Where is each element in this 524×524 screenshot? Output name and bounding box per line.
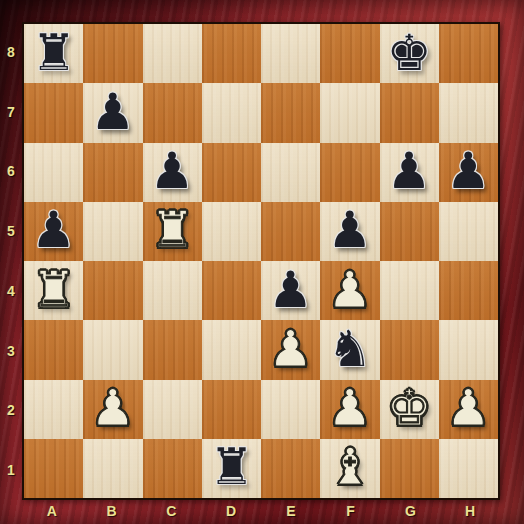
square-g8[interactable]: ♚: [380, 24, 439, 83]
square-b7[interactable]: ♟: [83, 83, 142, 142]
square-b4[interactable]: [83, 261, 142, 320]
piece-black-king[interactable]: ♚: [387, 28, 432, 78]
rank-label-1: 1: [0, 440, 22, 500]
piece-white-pawn[interactable]: ♟: [90, 383, 135, 433]
piece-white-king[interactable]: ♚: [387, 383, 432, 433]
square-a6[interactable]: [24, 143, 83, 202]
rank-label-2: 2: [0, 381, 22, 441]
square-f6[interactable]: [320, 143, 379, 202]
square-a4[interactable]: ♜: [24, 261, 83, 320]
file-label-e: E: [261, 500, 321, 522]
square-c7[interactable]: [143, 83, 202, 142]
rank-label-7: 7: [0, 82, 22, 142]
square-a7[interactable]: [24, 83, 83, 142]
piece-black-pawn[interactable]: ♟: [327, 205, 372, 255]
square-g4[interactable]: [380, 261, 439, 320]
piece-black-rook[interactable]: ♜: [209, 442, 254, 492]
piece-black-pawn[interactable]: ♟: [90, 87, 135, 137]
rank-label-3: 3: [0, 321, 22, 381]
file-label-f: F: [321, 500, 381, 522]
square-d2[interactable]: [202, 380, 261, 439]
piece-white-rook[interactable]: ♜: [150, 205, 195, 255]
chess-board: ♜♚♟♟♟♟♟♜♟♜♟♟♟♞♟♟♚♟♜♝: [22, 22, 500, 500]
square-h4[interactable]: [439, 261, 498, 320]
square-c2[interactable]: [143, 380, 202, 439]
square-g6[interactable]: ♟: [380, 143, 439, 202]
square-g2[interactable]: ♚: [380, 380, 439, 439]
square-c6[interactable]: ♟: [143, 143, 202, 202]
square-h7[interactable]: [439, 83, 498, 142]
square-a3[interactable]: [24, 320, 83, 379]
square-f4[interactable]: ♟: [320, 261, 379, 320]
square-e7[interactable]: [261, 83, 320, 142]
square-b1[interactable]: [83, 439, 142, 498]
rank-labels: 87654321: [0, 22, 22, 500]
square-f3[interactable]: ♞: [320, 320, 379, 379]
file-label-g: G: [381, 500, 441, 522]
piece-white-rook[interactable]: ♜: [31, 265, 76, 315]
square-e2[interactable]: [261, 380, 320, 439]
file-label-d: D: [201, 500, 261, 522]
square-d4[interactable]: [202, 261, 261, 320]
square-d1[interactable]: ♜: [202, 439, 261, 498]
square-d5[interactable]: [202, 202, 261, 261]
square-h8[interactable]: [439, 24, 498, 83]
rank-label-5: 5: [0, 201, 22, 261]
piece-white-pawn[interactable]: ♟: [327, 383, 372, 433]
square-a2[interactable]: [24, 380, 83, 439]
piece-black-rook[interactable]: ♜: [31, 28, 76, 78]
file-label-b: B: [82, 500, 142, 522]
square-g1[interactable]: [380, 439, 439, 498]
square-e8[interactable]: [261, 24, 320, 83]
file-label-c: C: [142, 500, 202, 522]
square-h1[interactable]: [439, 439, 498, 498]
square-d8[interactable]: [202, 24, 261, 83]
piece-white-bishop[interactable]: ♝: [327, 442, 372, 492]
square-a8[interactable]: ♜: [24, 24, 83, 83]
square-h5[interactable]: [439, 202, 498, 261]
square-c4[interactable]: [143, 261, 202, 320]
square-c3[interactable]: [143, 320, 202, 379]
square-h6[interactable]: ♟: [439, 143, 498, 202]
square-f2[interactable]: ♟: [320, 380, 379, 439]
square-b5[interactable]: [83, 202, 142, 261]
square-a1[interactable]: [24, 439, 83, 498]
square-f5[interactable]: ♟: [320, 202, 379, 261]
piece-black-pawn[interactable]: ♟: [150, 146, 195, 196]
square-c1[interactable]: [143, 439, 202, 498]
square-f1[interactable]: ♝: [320, 439, 379, 498]
square-d7[interactable]: [202, 83, 261, 142]
piece-black-pawn[interactable]: ♟: [446, 146, 491, 196]
piece-black-knight[interactable]: ♞: [327, 324, 372, 374]
piece-black-pawn[interactable]: ♟: [31, 205, 76, 255]
square-g5[interactable]: [380, 202, 439, 261]
square-e3[interactable]: ♟: [261, 320, 320, 379]
square-d3[interactable]: [202, 320, 261, 379]
rank-label-8: 8: [0, 22, 22, 82]
piece-white-pawn[interactable]: ♟: [268, 324, 313, 374]
piece-white-pawn[interactable]: ♟: [446, 383, 491, 433]
chess-board-app: 87654321 ABCDEFGH ♜♚♟♟♟♟♟♜♟♜♟♟♟♞♟♟♚♟♜♝: [0, 0, 524, 524]
file-label-a: A: [22, 500, 82, 522]
square-f7[interactable]: [320, 83, 379, 142]
square-e6[interactable]: [261, 143, 320, 202]
square-b6[interactable]: [83, 143, 142, 202]
piece-black-pawn[interactable]: ♟: [387, 146, 432, 196]
rank-label-4: 4: [0, 261, 22, 321]
file-label-h: H: [440, 500, 500, 522]
square-h3[interactable]: [439, 320, 498, 379]
square-b3[interactable]: [83, 320, 142, 379]
square-e1[interactable]: [261, 439, 320, 498]
square-h2[interactable]: ♟: [439, 380, 498, 439]
piece-white-pawn[interactable]: ♟: [327, 265, 372, 315]
square-d6[interactable]: [202, 143, 261, 202]
square-c5[interactable]: ♜: [143, 202, 202, 261]
square-e5[interactable]: [261, 202, 320, 261]
square-a5[interactable]: ♟: [24, 202, 83, 261]
square-b2[interactable]: ♟: [83, 380, 142, 439]
file-labels: ABCDEFGH: [22, 500, 500, 522]
square-g3[interactable]: [380, 320, 439, 379]
square-c8[interactable]: [143, 24, 202, 83]
rank-label-6: 6: [0, 142, 22, 202]
square-b8[interactable]: [83, 24, 142, 83]
square-e4[interactable]: ♟: [261, 261, 320, 320]
square-g7[interactable]: [380, 83, 439, 142]
square-f8[interactable]: [320, 24, 379, 83]
piece-black-pawn[interactable]: ♟: [268, 265, 313, 315]
